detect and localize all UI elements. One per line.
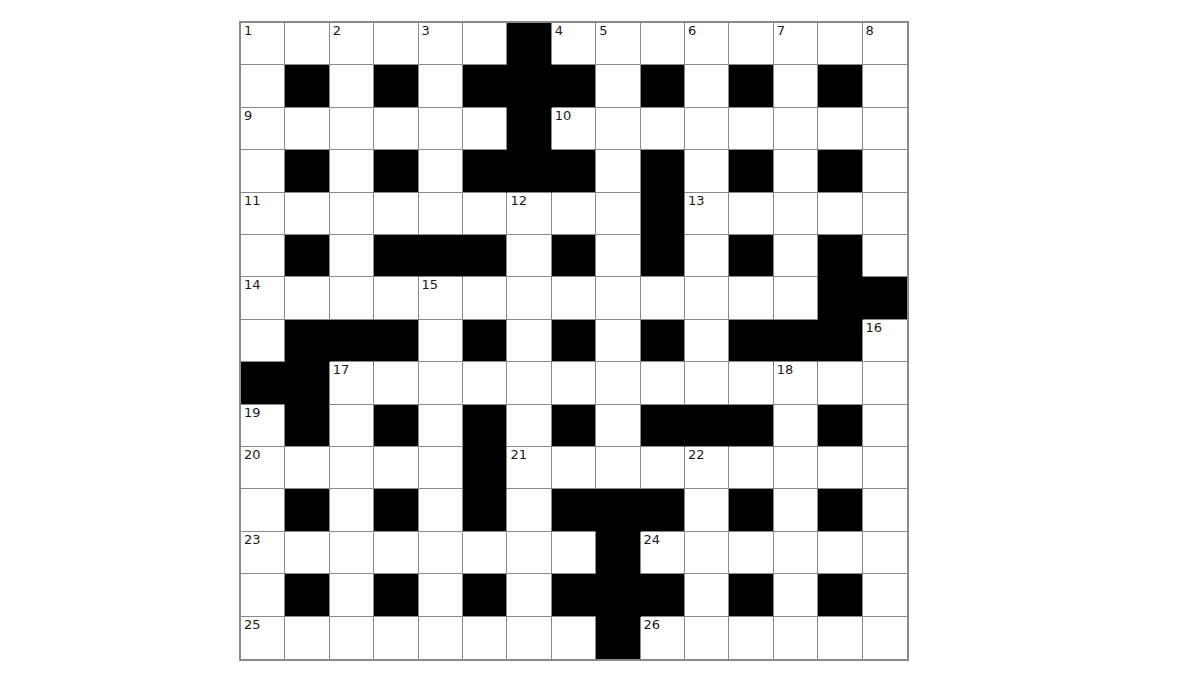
cell-r15c3[interactable] bbox=[330, 617, 374, 659]
cell-r2c14-block bbox=[818, 65, 862, 107]
cell-r2c15[interactable] bbox=[863, 65, 907, 107]
cell-r1c6[interactable] bbox=[463, 23, 507, 65]
cell-r11c5[interactable] bbox=[419, 447, 463, 489]
cell-r14c6-block bbox=[463, 574, 507, 616]
cell-r7c9[interactable] bbox=[596, 277, 640, 319]
cell-r7c10[interactable] bbox=[641, 277, 685, 319]
cell-r11c1[interactable]: 20 bbox=[241, 447, 285, 489]
cell-r8c14-block bbox=[818, 320, 862, 362]
cell-r6c15[interactable] bbox=[863, 235, 907, 277]
cell-r13c6[interactable] bbox=[463, 532, 507, 574]
clue-number-23: 23 bbox=[244, 533, 261, 547]
cell-r12c6-block bbox=[463, 489, 507, 531]
cell-r1c11[interactable]: 6 bbox=[685, 23, 729, 65]
cell-r7c1[interactable]: 14 bbox=[241, 277, 285, 319]
page-background: 1234567891011121314151617181920212223242… bbox=[0, 0, 1200, 675]
cell-r11c15[interactable] bbox=[863, 447, 907, 489]
cell-r2c10-block bbox=[641, 65, 685, 107]
cell-r8c11[interactable] bbox=[685, 320, 729, 362]
cell-r12c3[interactable] bbox=[330, 489, 374, 531]
cell-r1c8[interactable]: 4 bbox=[552, 23, 596, 65]
cell-r9c3[interactable]: 17 bbox=[330, 362, 374, 404]
cell-r12c2-block bbox=[285, 489, 329, 531]
clue-number-26: 26 bbox=[644, 618, 661, 632]
cell-r15c8[interactable] bbox=[552, 617, 596, 659]
cell-r8c8-block bbox=[552, 320, 596, 362]
cell-r11c13[interactable] bbox=[774, 447, 818, 489]
cell-r11c8[interactable] bbox=[552, 447, 596, 489]
cell-r6c12-block bbox=[729, 235, 773, 277]
cell-r11c2[interactable] bbox=[285, 447, 329, 489]
cell-r3c8[interactable]: 10 bbox=[552, 108, 596, 150]
cell-r10c6-block bbox=[463, 405, 507, 447]
cell-r14c14-block bbox=[818, 574, 862, 616]
clue-number-21: 21 bbox=[510, 448, 527, 462]
cell-r6c10-block bbox=[641, 235, 685, 277]
cell-r3c12[interactable] bbox=[729, 108, 773, 150]
cell-r8c2-block bbox=[285, 320, 329, 362]
clue-number-18: 18 bbox=[777, 363, 794, 377]
cell-r3c7-block bbox=[507, 108, 551, 150]
cell-r5c11[interactable]: 13 bbox=[685, 193, 729, 235]
cell-r4c1[interactable] bbox=[241, 150, 285, 192]
cell-r2c12-block bbox=[729, 65, 773, 107]
cell-r9c10[interactable] bbox=[641, 362, 685, 404]
cell-r4c9[interactable] bbox=[596, 150, 640, 192]
cell-r1c15[interactable]: 8 bbox=[863, 23, 907, 65]
cell-r9c7[interactable] bbox=[507, 362, 551, 404]
cell-r9c5[interactable] bbox=[419, 362, 463, 404]
cell-r5c8[interactable] bbox=[552, 193, 596, 235]
cell-r13c4[interactable] bbox=[374, 532, 418, 574]
cell-r3c4[interactable] bbox=[374, 108, 418, 150]
cell-r4c4-block bbox=[374, 150, 418, 192]
cell-r3c1[interactable]: 9 bbox=[241, 108, 285, 150]
cell-r1c7-block bbox=[507, 23, 551, 65]
cell-r3c10[interactable] bbox=[641, 108, 685, 150]
cell-r4c12-block bbox=[729, 150, 773, 192]
clue-number-24: 24 bbox=[644, 533, 661, 547]
cell-r1c3[interactable]: 2 bbox=[330, 23, 374, 65]
cell-r14c8-block bbox=[552, 574, 596, 616]
cell-r10c7[interactable] bbox=[507, 405, 551, 447]
cell-r11c3[interactable] bbox=[330, 447, 374, 489]
clue-number-1: 1 bbox=[244, 24, 252, 38]
cell-r12c15[interactable] bbox=[863, 489, 907, 531]
cell-r5c7[interactable]: 12 bbox=[507, 193, 551, 235]
cell-r3c6[interactable] bbox=[463, 108, 507, 150]
cell-r12c1[interactable] bbox=[241, 489, 285, 531]
cell-r12c13[interactable] bbox=[774, 489, 818, 531]
cell-r6c2-block bbox=[285, 235, 329, 277]
cell-r3c5[interactable] bbox=[419, 108, 463, 150]
cell-r12c9-block bbox=[596, 489, 640, 531]
cell-r7c6[interactable] bbox=[463, 277, 507, 319]
cell-r10c5[interactable] bbox=[419, 405, 463, 447]
cell-r9c15[interactable] bbox=[863, 362, 907, 404]
clue-number-16: 16 bbox=[866, 321, 883, 335]
cell-r8c1[interactable] bbox=[241, 320, 285, 362]
cell-r2c5[interactable] bbox=[419, 65, 463, 107]
cell-r4c7-block bbox=[507, 150, 551, 192]
cell-r6c7[interactable] bbox=[507, 235, 551, 277]
cell-r10c9[interactable] bbox=[596, 405, 640, 447]
cell-r4c5[interactable] bbox=[419, 150, 463, 192]
cell-r11c7[interactable]: 21 bbox=[507, 447, 551, 489]
cell-r12c5[interactable] bbox=[419, 489, 463, 531]
cell-r8c4-block bbox=[374, 320, 418, 362]
cell-r1c12[interactable] bbox=[729, 23, 773, 65]
cell-r12c8-block bbox=[552, 489, 596, 531]
cell-r10c3[interactable] bbox=[330, 405, 374, 447]
cell-r4c8-block bbox=[552, 150, 596, 192]
cell-r10c15[interactable] bbox=[863, 405, 907, 447]
cell-r9c14[interactable] bbox=[818, 362, 862, 404]
cell-r2c7-block bbox=[507, 65, 551, 107]
cell-r14c11[interactable] bbox=[685, 574, 729, 616]
cell-r6c6-block bbox=[463, 235, 507, 277]
cell-r14c10-block bbox=[641, 574, 685, 616]
cell-r14c5[interactable] bbox=[419, 574, 463, 616]
cell-r7c11[interactable] bbox=[685, 277, 729, 319]
cell-r6c1[interactable] bbox=[241, 235, 285, 277]
cell-r1c13[interactable]: 7 bbox=[774, 23, 818, 65]
cell-r3c3[interactable] bbox=[330, 108, 374, 150]
cell-r5c14[interactable] bbox=[818, 193, 862, 235]
cell-r9c9[interactable] bbox=[596, 362, 640, 404]
cell-r9c2-block bbox=[285, 362, 329, 404]
cell-r15c11[interactable] bbox=[685, 617, 729, 659]
cell-r13c1[interactable]: 23 bbox=[241, 532, 285, 574]
cell-r14c2-block bbox=[285, 574, 329, 616]
clue-number-7: 7 bbox=[777, 24, 785, 38]
cell-r15c14[interactable] bbox=[818, 617, 862, 659]
crossword-grid: 1234567891011121314151617181920212223242… bbox=[239, 21, 909, 661]
cell-r13c2[interactable] bbox=[285, 532, 329, 574]
cell-r14c1[interactable] bbox=[241, 574, 285, 616]
cell-r7c7[interactable] bbox=[507, 277, 551, 319]
cell-r13c3[interactable] bbox=[330, 532, 374, 574]
cell-r8c12-block bbox=[729, 320, 773, 362]
cell-r9c6[interactable] bbox=[463, 362, 507, 404]
cell-r15c10[interactable]: 26 bbox=[641, 617, 685, 659]
cell-r3c9[interactable] bbox=[596, 108, 640, 150]
cell-r3c2[interactable] bbox=[285, 108, 329, 150]
cell-r9c4[interactable] bbox=[374, 362, 418, 404]
cell-r2c2-block bbox=[285, 65, 329, 107]
cell-r2c6-block bbox=[463, 65, 507, 107]
cell-r1c5[interactable]: 3 bbox=[419, 23, 463, 65]
cell-r9c11[interactable] bbox=[685, 362, 729, 404]
cell-r14c13[interactable] bbox=[774, 574, 818, 616]
cell-r14c12-block bbox=[729, 574, 773, 616]
clue-number-25: 25 bbox=[244, 618, 261, 632]
cell-r10c13[interactable] bbox=[774, 405, 818, 447]
cell-r13c11[interactable] bbox=[685, 532, 729, 574]
cell-r5c15[interactable] bbox=[863, 193, 907, 235]
cell-r6c13[interactable] bbox=[774, 235, 818, 277]
cell-r4c14-block bbox=[818, 150, 862, 192]
cell-r5c1[interactable]: 11 bbox=[241, 193, 285, 235]
cell-r14c15[interactable] bbox=[863, 574, 907, 616]
cell-r4c2-block bbox=[285, 150, 329, 192]
cell-r15c7[interactable] bbox=[507, 617, 551, 659]
cell-r8c9[interactable] bbox=[596, 320, 640, 362]
cell-r8c7[interactable] bbox=[507, 320, 551, 362]
cell-r15c13[interactable] bbox=[774, 617, 818, 659]
clue-number-10: 10 bbox=[555, 109, 572, 123]
cell-r5c5[interactable] bbox=[419, 193, 463, 235]
cell-r2c4-block bbox=[374, 65, 418, 107]
cell-r13c8[interactable] bbox=[552, 532, 596, 574]
cell-r13c9-block bbox=[596, 532, 640, 574]
cell-r8c13-block bbox=[774, 320, 818, 362]
cell-r8c15[interactable]: 16 bbox=[863, 320, 907, 362]
cell-r6c8-block bbox=[552, 235, 596, 277]
cell-r3c11[interactable] bbox=[685, 108, 729, 150]
cell-r7c5[interactable]: 15 bbox=[419, 277, 463, 319]
cell-r12c7[interactable] bbox=[507, 489, 551, 531]
cell-r5c6[interactable] bbox=[463, 193, 507, 235]
cell-r12c14-block bbox=[818, 489, 862, 531]
cell-r9c1-block bbox=[241, 362, 285, 404]
cell-r5c3[interactable] bbox=[330, 193, 374, 235]
cell-r4c15[interactable] bbox=[863, 150, 907, 192]
cell-r13c7[interactable] bbox=[507, 532, 551, 574]
clue-number-11: 11 bbox=[244, 194, 261, 208]
cell-r11c4[interactable] bbox=[374, 447, 418, 489]
cell-r13c10[interactable]: 24 bbox=[641, 532, 685, 574]
cell-r11c10[interactable] bbox=[641, 447, 685, 489]
clue-number-19: 19 bbox=[244, 406, 261, 420]
cell-r5c10-block bbox=[641, 193, 685, 235]
cell-r1c4[interactable] bbox=[374, 23, 418, 65]
cell-r2c8-block bbox=[552, 65, 596, 107]
cell-r10c14-block bbox=[818, 405, 862, 447]
cell-r1c10[interactable] bbox=[641, 23, 685, 65]
cell-r12c4-block bbox=[374, 489, 418, 531]
cell-r12c10-block bbox=[641, 489, 685, 531]
clue-number-12: 12 bbox=[510, 194, 527, 208]
cell-r7c4[interactable] bbox=[374, 277, 418, 319]
clue-number-4: 4 bbox=[555, 24, 563, 38]
cell-r2c13[interactable] bbox=[774, 65, 818, 107]
cell-r8c5[interactable] bbox=[419, 320, 463, 362]
cell-r14c9-block bbox=[596, 574, 640, 616]
cell-r6c9[interactable] bbox=[596, 235, 640, 277]
cell-r4c13[interactable] bbox=[774, 150, 818, 192]
clue-number-5: 5 bbox=[599, 24, 607, 38]
cell-r15c6[interactable] bbox=[463, 617, 507, 659]
clue-number-14: 14 bbox=[244, 278, 261, 292]
cell-r3c14[interactable] bbox=[818, 108, 862, 150]
cell-r15c4[interactable] bbox=[374, 617, 418, 659]
cell-r2c9[interactable] bbox=[596, 65, 640, 107]
cell-r6c14-block bbox=[818, 235, 862, 277]
cell-r6c11[interactable] bbox=[685, 235, 729, 277]
cell-r1c2[interactable] bbox=[285, 23, 329, 65]
cell-r15c9-block bbox=[596, 617, 640, 659]
clue-number-9: 9 bbox=[244, 109, 252, 123]
cell-r14c4-block bbox=[374, 574, 418, 616]
cell-r7c8[interactable] bbox=[552, 277, 596, 319]
cell-r9c8[interactable] bbox=[552, 362, 596, 404]
cell-r3c13[interactable] bbox=[774, 108, 818, 150]
cell-r7c12[interactable] bbox=[729, 277, 773, 319]
cell-r13c13[interactable] bbox=[774, 532, 818, 574]
cell-r5c4[interactable] bbox=[374, 193, 418, 235]
cell-r11c14[interactable] bbox=[818, 447, 862, 489]
clue-number-8: 8 bbox=[866, 24, 874, 38]
cell-r6c4-block bbox=[374, 235, 418, 277]
cell-r10c8-block bbox=[552, 405, 596, 447]
cell-r7c15-block bbox=[863, 277, 907, 319]
cell-r5c12[interactable] bbox=[729, 193, 773, 235]
cell-r14c7[interactable] bbox=[507, 574, 551, 616]
cell-r15c1[interactable]: 25 bbox=[241, 617, 285, 659]
cell-r15c15[interactable] bbox=[863, 617, 907, 659]
cell-r4c11[interactable] bbox=[685, 150, 729, 192]
cell-r13c12[interactable] bbox=[729, 532, 773, 574]
cell-r1c14[interactable] bbox=[818, 23, 862, 65]
clue-number-20: 20 bbox=[244, 448, 261, 462]
clue-number-15: 15 bbox=[422, 278, 439, 292]
clue-number-22: 22 bbox=[688, 448, 705, 462]
cell-r10c1[interactable]: 19 bbox=[241, 405, 285, 447]
clue-number-17: 17 bbox=[333, 363, 350, 377]
cell-r3c15[interactable] bbox=[863, 108, 907, 150]
cell-r11c9[interactable] bbox=[596, 447, 640, 489]
cell-r6c5-block bbox=[419, 235, 463, 277]
cell-r12c11[interactable] bbox=[685, 489, 729, 531]
cell-r2c3[interactable] bbox=[330, 65, 374, 107]
cell-r10c2-block bbox=[285, 405, 329, 447]
cell-r4c10-block bbox=[641, 150, 685, 192]
cell-r2c11[interactable] bbox=[685, 65, 729, 107]
cell-r8c10-block bbox=[641, 320, 685, 362]
cell-r13c5[interactable] bbox=[419, 532, 463, 574]
cell-r5c9[interactable] bbox=[596, 193, 640, 235]
cell-r10c10-block bbox=[641, 405, 685, 447]
cell-r15c2[interactable] bbox=[285, 617, 329, 659]
cell-r7c14-block bbox=[818, 277, 862, 319]
clue-number-2: 2 bbox=[333, 24, 341, 38]
clue-number-13: 13 bbox=[688, 194, 705, 208]
cell-r6c3[interactable] bbox=[330, 235, 374, 277]
cell-r13c14[interactable] bbox=[818, 532, 862, 574]
cell-r11c11[interactable]: 22 bbox=[685, 447, 729, 489]
cell-r11c6-block bbox=[463, 447, 507, 489]
cell-r5c13[interactable] bbox=[774, 193, 818, 235]
cell-r14c3[interactable] bbox=[330, 574, 374, 616]
cell-r4c3[interactable] bbox=[330, 150, 374, 192]
cell-r13c15[interactable] bbox=[863, 532, 907, 574]
cell-r7c13[interactable] bbox=[774, 277, 818, 319]
cell-r7c2[interactable] bbox=[285, 277, 329, 319]
cell-r8c3-block bbox=[330, 320, 374, 362]
cell-r9c12[interactable] bbox=[729, 362, 773, 404]
cell-r8c6-block bbox=[463, 320, 507, 362]
clue-number-3: 3 bbox=[422, 24, 430, 38]
cell-r1c1[interactable]: 1 bbox=[241, 23, 285, 65]
cell-r10c11-block bbox=[685, 405, 729, 447]
cell-r5c2[interactable] bbox=[285, 193, 329, 235]
cell-r10c4-block bbox=[374, 405, 418, 447]
cell-r9c13[interactable]: 18 bbox=[774, 362, 818, 404]
cell-r15c5[interactable] bbox=[419, 617, 463, 659]
cell-r7c3[interactable] bbox=[330, 277, 374, 319]
cell-r1c9[interactable]: 5 bbox=[596, 23, 640, 65]
cell-r11c12[interactable] bbox=[729, 447, 773, 489]
clue-number-6: 6 bbox=[688, 24, 696, 38]
cell-r12c12-block bbox=[729, 489, 773, 531]
cell-r10c12-block bbox=[729, 405, 773, 447]
cell-r2c1[interactable] bbox=[241, 65, 285, 107]
cell-r4c6-block bbox=[463, 150, 507, 192]
cell-r15c12[interactable] bbox=[729, 617, 773, 659]
